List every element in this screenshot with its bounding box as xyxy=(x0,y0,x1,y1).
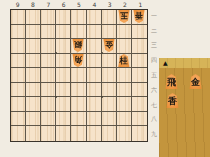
piece-sente-飛[interactable]: 飛 xyxy=(165,74,178,89)
board-square-7八[interactable] xyxy=(41,112,56,127)
board-square-1六[interactable] xyxy=(132,83,147,98)
board-square-9一[interactable] xyxy=(11,10,26,25)
board-square-3一[interactable] xyxy=(102,10,117,25)
board-square-4六[interactable] xyxy=(87,83,102,98)
board-square-5九[interactable] xyxy=(71,126,86,141)
rank-label: 五 xyxy=(150,68,158,83)
board-square-8二[interactable] xyxy=(26,25,41,40)
board-square-6四[interactable] xyxy=(56,54,71,69)
board-square-3七[interactable] xyxy=(102,97,117,112)
rank-label: 三 xyxy=(150,39,158,54)
shogi-board: 玉香銀金角桂 xyxy=(10,9,148,142)
board-square-4五[interactable] xyxy=(87,68,102,83)
board-square-1八[interactable] xyxy=(132,112,147,127)
board-square-3三[interactable]: 金 xyxy=(102,39,117,54)
board-square-9五[interactable] xyxy=(11,68,26,83)
board-square-8八[interactable] xyxy=(26,112,41,127)
board-square-4九[interactable] xyxy=(87,126,102,141)
board-square-6六[interactable] xyxy=(56,83,71,98)
board-square-9八[interactable] xyxy=(11,112,26,127)
board-square-8五[interactable] xyxy=(26,68,41,83)
board-square-2五[interactable] xyxy=(117,68,132,83)
hand-piece-香[interactable]: 香 xyxy=(166,93,179,108)
file-labels: 987654321 xyxy=(10,1,148,8)
board-square-9六[interactable] xyxy=(11,83,26,98)
board-square-4七[interactable] xyxy=(87,97,102,112)
komadai-header: ▲ xyxy=(159,58,210,68)
board-square-6一[interactable] xyxy=(56,10,71,25)
board-square-3八[interactable] xyxy=(102,112,117,127)
rank-label: 四 xyxy=(150,53,158,68)
board-square-2四[interactable]: 桂 xyxy=(117,54,132,69)
star-point xyxy=(55,96,57,98)
piece-gote-玉[interactable]: 玉 xyxy=(118,10,130,23)
board-square-5八[interactable] xyxy=(71,112,86,127)
board-square-1二[interactable] xyxy=(132,25,147,40)
board-square-9三[interactable] xyxy=(11,39,26,54)
rank-label: 二 xyxy=(150,24,158,39)
board-square-8三[interactable] xyxy=(26,39,41,54)
file-label: 9 xyxy=(10,1,25,8)
file-label: 1 xyxy=(133,1,148,8)
piece-gote-銀[interactable]: 銀 xyxy=(72,39,84,52)
board-square-3六[interactable] xyxy=(102,83,117,98)
board-square-5六[interactable] xyxy=(71,83,86,98)
board-square-8九[interactable] xyxy=(26,126,41,141)
board-square-2二[interactable] xyxy=(117,25,132,40)
board-square-7二[interactable] xyxy=(41,25,56,40)
star-point xyxy=(101,96,103,98)
board-square-7六[interactable] xyxy=(41,83,56,98)
board-square-2八[interactable] xyxy=(117,112,132,127)
rank-label: 八 xyxy=(150,112,158,127)
board-square-1五[interactable] xyxy=(132,68,147,83)
board-square-3九[interactable] xyxy=(102,126,117,141)
board-square-4二[interactable] xyxy=(87,25,102,40)
board-square-6二[interactable] xyxy=(56,25,71,40)
board-square-6三[interactable] xyxy=(56,39,71,54)
file-label: 8 xyxy=(25,1,40,8)
piece-sente-桂[interactable]: 桂 xyxy=(118,54,130,67)
board-square-7三[interactable] xyxy=(41,39,56,54)
board-square-2九[interactable] xyxy=(117,126,132,141)
board-square-7七[interactable] xyxy=(41,97,56,112)
piece-sente-金[interactable]: 金 xyxy=(189,74,202,89)
board-square-1四[interactable] xyxy=(132,54,147,69)
board-square-9四[interactable] xyxy=(11,54,26,69)
file-label: 5 xyxy=(71,1,86,8)
board-square-7四[interactable] xyxy=(41,54,56,69)
board-square-9七[interactable] xyxy=(11,97,26,112)
board-square-5二[interactable] xyxy=(71,25,86,40)
board-square-5三[interactable]: 銀 xyxy=(71,39,86,54)
tsume-shogi-diagram: 987654321 玉香銀金角桂 一二三四五六七八九 ▲ 飛金香 xyxy=(0,0,210,157)
board-square-5七[interactable] xyxy=(71,97,86,112)
star-point xyxy=(101,52,103,54)
board-square-3二[interactable] xyxy=(102,25,117,40)
file-label: 6 xyxy=(56,1,71,8)
board-square-8六[interactable] xyxy=(26,83,41,98)
rank-label: 九 xyxy=(150,127,158,142)
board-square-5五[interactable] xyxy=(71,68,86,83)
board-square-6八[interactable] xyxy=(56,112,71,127)
piece-gote-金[interactable]: 金 xyxy=(103,39,115,52)
board-square-7一[interactable] xyxy=(41,10,56,25)
board-square-5一[interactable] xyxy=(71,10,86,25)
board-square-4一[interactable] xyxy=(87,10,102,25)
rank-label: 七 xyxy=(150,98,158,113)
board-square-2六[interactable] xyxy=(117,83,132,98)
komadai-sente: ▲ 飛金香 xyxy=(159,58,210,157)
board-square-1九[interactable] xyxy=(132,126,147,141)
rank-label: 六 xyxy=(150,83,158,98)
piece-gote-香[interactable]: 香 xyxy=(133,10,145,23)
board-square-1一[interactable]: 香 xyxy=(132,10,147,25)
board-square-7五[interactable] xyxy=(41,68,56,83)
board-square-2一[interactable]: 玉 xyxy=(117,10,132,25)
hand-piece-金[interactable]: 金 xyxy=(189,74,202,89)
piece-gote-角[interactable]: 角 xyxy=(72,54,84,67)
board-square-1七[interactable] xyxy=(132,97,147,112)
board-square-8四[interactable] xyxy=(26,54,41,69)
board-square-4三[interactable] xyxy=(87,39,102,54)
board-square-8一[interactable] xyxy=(26,10,41,25)
board-square-4八[interactable] xyxy=(87,112,102,127)
board-square-9二[interactable] xyxy=(11,25,26,40)
file-label: 3 xyxy=(102,1,117,8)
file-label: 4 xyxy=(87,1,102,8)
rank-labels: 一二三四五六七八九 xyxy=(150,9,158,142)
board-square-2七[interactable] xyxy=(117,97,132,112)
board-square-7九[interactable] xyxy=(41,126,56,141)
board-square-5四[interactable]: 角 xyxy=(71,54,86,69)
star-point xyxy=(55,52,57,54)
piece-sente-香[interactable]: 香 xyxy=(166,93,179,108)
hand-piece-飛[interactable]: 飛 xyxy=(165,74,178,89)
board-square-6七[interactable] xyxy=(56,97,71,112)
rank-label: 一 xyxy=(150,9,158,24)
board-square-3四[interactable] xyxy=(102,54,117,69)
sente-turn-marker: ▲ xyxy=(163,59,168,67)
board-square-6九[interactable] xyxy=(56,126,71,141)
board-square-9九[interactable] xyxy=(11,126,26,141)
board-square-1三[interactable] xyxy=(132,39,147,54)
board-square-2三[interactable] xyxy=(117,39,132,54)
board-square-8七[interactable] xyxy=(26,97,41,112)
file-label: 7 xyxy=(41,1,56,8)
file-label: 2 xyxy=(117,1,132,8)
board-square-3五[interactable] xyxy=(102,68,117,83)
board-square-6五[interactable] xyxy=(56,68,71,83)
board-square-4四[interactable] xyxy=(87,54,102,69)
